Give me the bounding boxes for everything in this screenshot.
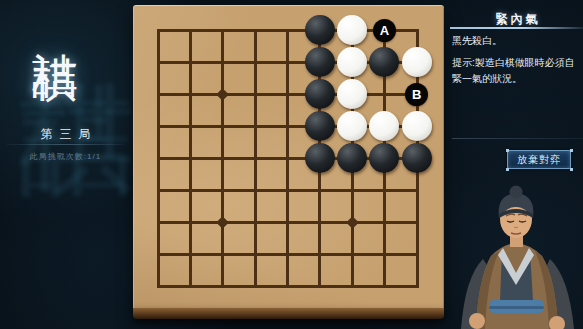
give-up-button[interactable]: 放棄對弈: [507, 150, 571, 169]
white-stone: [369, 111, 399, 141]
board-intersection[interactable]: [142, 238, 174, 270]
board-intersection[interactable]: [303, 270, 335, 302]
board-intersection[interactable]: [271, 78, 303, 110]
board-intersection: [336, 14, 368, 46]
puzzle-task: 黑先殺白。: [452, 34, 582, 48]
board-intersection[interactable]: [142, 110, 174, 142]
black-stone: [305, 79, 335, 109]
board-intersection[interactable]: [239, 270, 271, 302]
board-intersection[interactable]: [368, 270, 400, 302]
board-intersection[interactable]: [336, 238, 368, 270]
puzzle-hint: 提示:製造白棋做眼時必須自緊一氣的狀況。: [452, 55, 582, 86]
board-intersection: [336, 110, 368, 142]
board-intersection[interactable]: [336, 270, 368, 302]
board-intersection[interactable]: [271, 238, 303, 270]
board-intersection[interactable]: [303, 238, 335, 270]
board-intersection[interactable]: [142, 142, 174, 174]
white-stone: [337, 15, 367, 45]
board-intersection: [401, 142, 433, 174]
board-intersection[interactable]: [401, 270, 433, 302]
board-intersection[interactable]: [206, 206, 238, 238]
board-intersection: [368, 46, 400, 78]
board-intersection[interactable]: [303, 206, 335, 238]
board-intersection: A: [368, 14, 400, 46]
go-board[interactable]: AB: [133, 5, 444, 308]
board-intersection[interactable]: [368, 238, 400, 270]
round-label: 第三局: [0, 126, 131, 143]
board-intersection: [303, 142, 335, 174]
board-intersection[interactable]: [142, 174, 174, 206]
board-intersection[interactable]: [174, 206, 206, 238]
board-intersection[interactable]: [142, 206, 174, 238]
black-stone: [369, 143, 399, 173]
board-intersection[interactable]: [142, 78, 174, 110]
marker-B[interactable]: B: [405, 83, 428, 106]
board-intersection[interactable]: [174, 110, 206, 142]
board-side-edge: [133, 308, 444, 319]
board-intersection[interactable]: [174, 174, 206, 206]
board-intersection: [368, 142, 400, 174]
board-intersection[interactable]: [368, 174, 400, 206]
board-intersection[interactable]: [401, 174, 433, 206]
board-intersection[interactable]: [271, 14, 303, 46]
black-stone: [337, 143, 367, 173]
board-intersection[interactable]: [206, 174, 238, 206]
board-intersection[interactable]: [271, 110, 303, 142]
board-intersection[interactable]: [239, 206, 271, 238]
board-intersection[interactable]: [206, 14, 238, 46]
sidebar: 詰棋 詰棋 第三局 此局挑戰次數:1/1: [0, 0, 131, 329]
board-intersection[interactable]: [401, 238, 433, 270]
puzzle-title: 緊內氣: [450, 11, 583, 28]
board-intersection[interactable]: [239, 142, 271, 174]
board-intersection[interactable]: [174, 270, 206, 302]
black-stone: [305, 15, 335, 45]
board-intersection[interactable]: [368, 206, 400, 238]
board-intersection: [401, 46, 433, 78]
panel-divider: [452, 138, 583, 139]
board-intersection: [303, 46, 335, 78]
board-intersection[interactable]: [174, 14, 206, 46]
board-intersection[interactable]: [206, 142, 238, 174]
board-intersection[interactable]: [206, 110, 238, 142]
white-stone: [337, 79, 367, 109]
board-intersection: [336, 142, 368, 174]
board-intersection[interactable]: [206, 78, 238, 110]
black-stone: [305, 111, 335, 141]
black-stone: [402, 143, 432, 173]
black-stone: [305, 143, 335, 173]
board-intersection: [303, 14, 335, 46]
board-intersection: [336, 46, 368, 78]
page-title: 詰棋: [33, 16, 79, 126]
white-stone: [337, 111, 367, 141]
board-intersection[interactable]: [401, 206, 433, 238]
board-intersection[interactable]: [142, 46, 174, 78]
board-intersection[interactable]: [271, 46, 303, 78]
board-intersection[interactable]: [368, 78, 400, 110]
board-intersection[interactable]: [239, 110, 271, 142]
board-intersection[interactable]: [239, 14, 271, 46]
marker-A[interactable]: A: [373, 19, 396, 42]
board-intersection[interactable]: [206, 270, 238, 302]
black-stone: [369, 47, 399, 77]
board-intersection[interactable]: [174, 142, 206, 174]
sidebar-divider: [7, 144, 124, 145]
board-intersection: [303, 78, 335, 110]
board-intersection[interactable]: [239, 78, 271, 110]
board-intersection[interactable]: [271, 270, 303, 302]
board-intersection[interactable]: [206, 238, 238, 270]
board-intersection[interactable]: [303, 174, 335, 206]
title-underline: [450, 27, 583, 29]
board-intersection[interactable]: [174, 238, 206, 270]
npc-portrait: [450, 183, 583, 329]
board-intersection: [303, 110, 335, 142]
board-intersection[interactable]: [271, 142, 303, 174]
white-stone: [402, 111, 432, 141]
board-intersection[interactable]: [239, 174, 271, 206]
board-intersection[interactable]: [142, 270, 174, 302]
board-intersection[interactable]: [401, 14, 433, 46]
challenge-count: 此局挑戰次數:1/1: [0, 151, 131, 162]
game-screen: 詰棋 詰棋 第三局 此局挑戰次數:1/1 AB 緊內氣 黑先殺白。 提示:製造白…: [0, 0, 583, 329]
board-intersection: [336, 78, 368, 110]
board-intersection: B: [401, 78, 433, 110]
board-stones-layer: AB: [142, 14, 433, 302]
board-intersection[interactable]: [206, 46, 238, 78]
board-intersection[interactable]: [271, 174, 303, 206]
board-intersection[interactable]: [239, 238, 271, 270]
white-stone: [402, 47, 432, 77]
white-stone: [337, 47, 367, 77]
board-intersection[interactable]: [336, 206, 368, 238]
black-stone: [305, 47, 335, 77]
board-intersection[interactable]: [174, 78, 206, 110]
board-intersection[interactable]: [239, 46, 271, 78]
board-intersection[interactable]: [271, 206, 303, 238]
board-intersection[interactable]: [336, 174, 368, 206]
board-intersection: [368, 110, 400, 142]
board-intersection: [401, 110, 433, 142]
board-intersection[interactable]: [174, 46, 206, 78]
board-intersection[interactable]: [142, 14, 174, 46]
